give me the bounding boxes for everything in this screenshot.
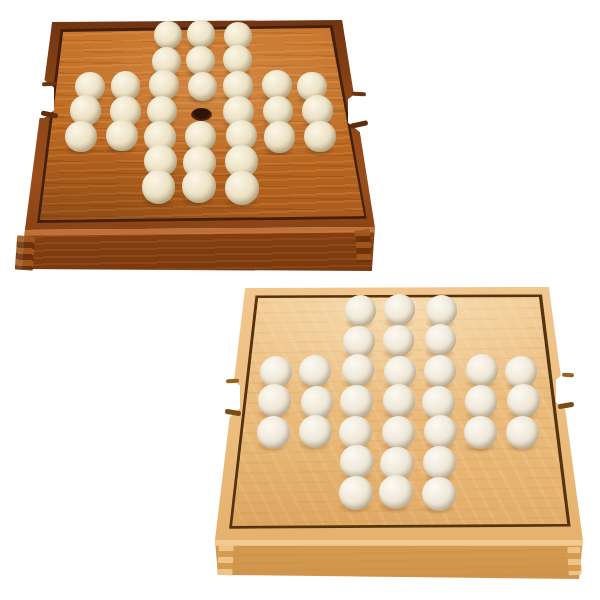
marble-peg[interactable] bbox=[343, 326, 375, 358]
marble-peg[interactable] bbox=[464, 416, 497, 449]
marble-peg[interactable] bbox=[299, 415, 332, 448]
marble-peg[interactable] bbox=[186, 46, 215, 75]
marble-peg[interactable] bbox=[258, 384, 291, 417]
marble-peg[interactable] bbox=[301, 386, 334, 419]
marble-peg[interactable] bbox=[382, 416, 415, 449]
pieces-layer-light-board bbox=[210, 283, 592, 583]
empty-hole[interactable] bbox=[191, 108, 212, 121]
marble-peg[interactable] bbox=[342, 354, 374, 386]
solitaire-board-light bbox=[210, 283, 592, 583]
product-photo-canvas bbox=[0, 0, 600, 600]
marble-peg[interactable] bbox=[345, 295, 376, 326]
marble-peg[interactable] bbox=[507, 384, 540, 417]
marble-peg[interactable] bbox=[465, 385, 498, 418]
marble-peg[interactable] bbox=[506, 416, 539, 449]
marble-peg[interactable] bbox=[182, 169, 216, 203]
marble-peg[interactable] bbox=[106, 120, 138, 152]
solitaire-board-dark bbox=[12, 12, 380, 278]
marble-peg[interactable] bbox=[264, 121, 296, 153]
marble-peg[interactable] bbox=[424, 355, 456, 387]
marble-peg[interactable] bbox=[424, 415, 457, 448]
pieces-layer-dark-board bbox=[12, 12, 380, 278]
marble-peg[interactable] bbox=[422, 386, 455, 419]
marble-peg[interactable] bbox=[257, 416, 290, 449]
marble-peg[interactable] bbox=[379, 475, 413, 509]
marble-peg[interactable] bbox=[384, 356, 416, 388]
marble-peg[interactable] bbox=[142, 170, 176, 204]
marble-peg[interactable] bbox=[260, 356, 292, 388]
marble-peg[interactable] bbox=[422, 477, 456, 511]
marble-peg[interactable] bbox=[340, 445, 374, 479]
marble-peg[interactable] bbox=[383, 384, 416, 417]
marble-peg[interactable] bbox=[154, 21, 182, 49]
marble-peg[interactable] bbox=[225, 171, 259, 205]
marble-peg[interactable] bbox=[339, 476, 373, 510]
marble-peg[interactable] bbox=[340, 385, 373, 418]
marble-peg[interactable] bbox=[304, 121, 336, 153]
marble-peg[interactable] bbox=[383, 325, 415, 357]
marble-peg[interactable] bbox=[466, 354, 498, 386]
marble-peg[interactable] bbox=[384, 294, 415, 325]
marble-peg[interactable] bbox=[65, 121, 97, 153]
